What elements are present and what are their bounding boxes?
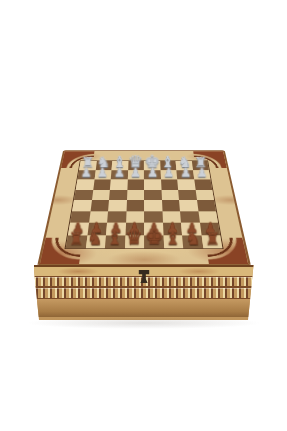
square-c1: ♝ bbox=[104, 235, 124, 248]
square-e1: ♚ bbox=[144, 235, 164, 248]
square-f7: ♟ bbox=[160, 170, 177, 179]
chess-board: ♜♞♝♛♚♝♞♜♟♟♟♟♟♟♟♟♟♟♟♟♟♟♟♟♜♞♝♛♚♝♞♜ bbox=[37, 150, 251, 266]
square-e4 bbox=[144, 200, 162, 211]
copper-rook: ♜ bbox=[204, 231, 219, 248]
copper-knight: ♞ bbox=[184, 230, 200, 248]
silver-pawn: ♟ bbox=[80, 167, 91, 179]
square-d5 bbox=[126, 190, 144, 200]
silver-pawn: ♟ bbox=[163, 167, 174, 179]
square-c4 bbox=[108, 200, 126, 211]
copper-bishop: ♝ bbox=[164, 228, 181, 247]
square-b1: ♞ bbox=[85, 235, 106, 248]
board-grid: ♜♞♝♛♚♝♞♜♟♟♟♟♟♟♟♟♟♟♟♟♟♟♟♟♜♞♝♛♚♝♞♜ bbox=[64, 161, 223, 249]
silver-pawn: ♟ bbox=[146, 167, 157, 179]
copper-bishop: ♝ bbox=[106, 228, 123, 247]
square-f4 bbox=[161, 200, 179, 211]
square-c5 bbox=[109, 190, 127, 200]
copper-queen: ♛ bbox=[125, 227, 143, 247]
copper-knight: ♞ bbox=[87, 230, 103, 248]
chess-set-scene: ♜♞♝♛♚♝♞♜♟♟♟♟♟♟♟♟♟♟♟♟♟♟♟♟♜♞♝♛♚♝♞♜ bbox=[52, 108, 236, 292]
product-photo: ♜♞♝♛♚♝♞♜♟♟♟♟♟♟♟♟♟♟♟♟♟♟♟♟♜♞♝♛♚♝♞♜ bbox=[0, 0, 287, 431]
silver-pawn: ♟ bbox=[113, 167, 124, 179]
square-b4 bbox=[90, 200, 109, 211]
storage-box-front bbox=[34, 265, 254, 320]
square-g6 bbox=[177, 180, 195, 190]
copper-king: ♚ bbox=[144, 226, 163, 247]
box-inlay-band-lower bbox=[34, 288, 254, 299]
silver-pawn: ♟ bbox=[96, 167, 107, 179]
square-a7: ♟ bbox=[77, 170, 95, 179]
square-g5 bbox=[178, 190, 196, 200]
square-d7: ♟ bbox=[127, 170, 144, 179]
ground-shadow bbox=[27, 317, 261, 329]
box-base-band bbox=[34, 299, 254, 317]
square-b7: ♟ bbox=[94, 170, 111, 179]
square-c7: ♟ bbox=[110, 170, 127, 179]
square-d1: ♛ bbox=[124, 235, 144, 248]
square-f6 bbox=[160, 180, 177, 190]
square-h6 bbox=[193, 180, 211, 190]
square-b6 bbox=[92, 180, 110, 190]
square-a6 bbox=[75, 180, 93, 190]
square-c6 bbox=[109, 180, 126, 190]
square-a4 bbox=[72, 200, 91, 211]
square-f1: ♝ bbox=[163, 235, 183, 248]
square-g1: ♞ bbox=[182, 235, 203, 248]
square-g7: ♟ bbox=[176, 170, 193, 179]
board-surface: ♜♞♝♛♚♝♞♜♟♟♟♟♟♟♟♟♟♟♟♟♟♟♟♟♜♞♝♛♚♝♞♜ bbox=[37, 150, 251, 266]
square-b5 bbox=[91, 190, 109, 200]
square-f5 bbox=[161, 190, 179, 200]
square-h7: ♟ bbox=[192, 170, 210, 179]
silver-pawn: ♟ bbox=[179, 167, 190, 179]
square-a1: ♜ bbox=[65, 235, 86, 248]
silver-pawn: ♟ bbox=[196, 167, 207, 179]
square-h1: ♜ bbox=[201, 235, 222, 248]
square-d6 bbox=[126, 180, 143, 190]
copper-rook: ♜ bbox=[68, 231, 83, 248]
square-e7: ♟ bbox=[144, 170, 161, 179]
square-g4 bbox=[179, 200, 198, 211]
square-h5 bbox=[195, 190, 214, 200]
square-h4 bbox=[196, 200, 215, 211]
square-e5 bbox=[144, 190, 162, 200]
silver-pawn: ♟ bbox=[130, 167, 141, 179]
square-a5 bbox=[74, 190, 93, 200]
square-d4 bbox=[126, 200, 144, 211]
square-e6 bbox=[144, 180, 161, 190]
